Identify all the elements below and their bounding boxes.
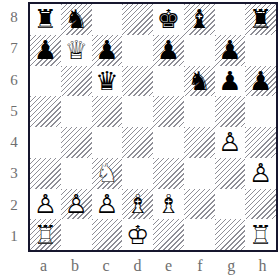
rank-label-1: 1: [0, 221, 28, 252]
piece-outline-layer: ♕: [61, 35, 92, 66]
square-g8[interactable]: [215, 4, 246, 35]
square-g3[interactable]: [215, 158, 246, 189]
piece-outline-layer: ♙: [92, 189, 123, 220]
square-d4[interactable]: [122, 127, 153, 158]
file-label-c: c: [91, 252, 122, 279]
square-a8[interactable]: ♜: [30, 4, 61, 35]
square-d5[interactable]: [122, 96, 153, 127]
piece-outline-layer: ♖: [245, 219, 276, 250]
piece-glyph: ♝: [184, 4, 215, 35]
piece-black-queen[interactable]: ♛: [92, 66, 123, 97]
square-d1[interactable]: ♚♔: [122, 219, 153, 250]
piece-black-pawn[interactable]: ♟: [245, 66, 276, 97]
square-h1[interactable]: ♜♖: [245, 219, 276, 250]
piece-white-bishop[interactable]: ♝♗: [153, 189, 184, 220]
piece-glyph: ♟: [153, 35, 184, 66]
rank-labels: 8 7 6 5 4 3 2 1: [0, 2, 28, 252]
square-f5[interactable]: [184, 96, 215, 127]
piece-outline-layer: ♙: [30, 189, 61, 220]
square-a2[interactable]: ♟♙: [30, 189, 61, 220]
piece-outline-layer: ♙: [215, 127, 246, 158]
piece-outline-layer: ♙: [245, 158, 276, 189]
square-f8[interactable]: ♝: [184, 4, 215, 35]
piece-black-knight[interactable]: ♞: [61, 4, 92, 35]
piece-white-pawn[interactable]: ♟♙: [61, 189, 92, 220]
rank-label-8: 8: [0, 2, 28, 33]
rank-label-2: 2: [0, 190, 28, 221]
square-a4[interactable]: [30, 127, 61, 158]
piece-glyph: ♞: [184, 66, 215, 97]
square-d7[interactable]: [122, 35, 153, 66]
piece-outline-layer: ♖: [30, 219, 61, 250]
square-h5[interactable]: [245, 96, 276, 127]
square-a7[interactable]: ♟: [30, 35, 61, 66]
square-e7[interactable]: ♟: [153, 35, 184, 66]
square-g5[interactable]: [215, 96, 246, 127]
square-f1[interactable]: [184, 219, 215, 250]
square-h2[interactable]: [245, 189, 276, 220]
square-a6[interactable]: [30, 66, 61, 97]
piece-white-bishop[interactable]: ♝♗: [122, 189, 153, 220]
square-f2[interactable]: [184, 189, 215, 220]
square-b8[interactable]: ♞: [61, 4, 92, 35]
piece-glyph: ♛: [92, 66, 123, 97]
square-c1[interactable]: [92, 219, 123, 250]
file-label-h: h: [247, 252, 278, 279]
square-f3[interactable]: [184, 158, 215, 189]
piece-black-pawn[interactable]: ♟: [215, 66, 246, 97]
piece-glyph: ♟: [245, 66, 276, 97]
piece-white-pawn[interactable]: ♟♙: [92, 189, 123, 220]
square-e3[interactable]: [153, 158, 184, 189]
square-c6[interactable]: ♛: [92, 66, 123, 97]
square-a3[interactable]: [30, 158, 61, 189]
square-g6[interactable]: ♟: [215, 66, 246, 97]
rank-label-5: 5: [0, 96, 28, 127]
piece-glyph: ♞: [61, 4, 92, 35]
square-g1[interactable]: [215, 219, 246, 250]
piece-glyph: ♜: [30, 4, 61, 35]
piece-glyph: ♜: [245, 4, 276, 35]
piece-glyph: ♟: [215, 35, 246, 66]
rank-label-3: 3: [0, 158, 28, 189]
piece-glyph: ♟: [92, 35, 123, 66]
square-c7[interactable]: ♟: [92, 35, 123, 66]
piece-black-rook[interactable]: ♜: [30, 4, 61, 35]
square-e6[interactable]: [153, 66, 184, 97]
square-f7[interactable]: [184, 35, 215, 66]
piece-outline-layer: ♗: [122, 189, 153, 220]
square-g4[interactable]: ♟♙: [215, 127, 246, 158]
piece-outline-layer: ♗: [153, 189, 184, 220]
piece-black-king[interactable]: ♚: [153, 4, 184, 35]
square-b2[interactable]: ♟♙: [61, 189, 92, 220]
square-b4[interactable]: [61, 127, 92, 158]
chess-board: ♜♞♚♝♜♟♛♕♟♟♟♛♞♟♟♟♙♞♘♟♙♟♙♟♙♟♙♝♗♝♗♜♖♚♔♜♖: [28, 2, 278, 252]
square-c3[interactable]: ♞♘: [92, 158, 123, 189]
square-e2[interactable]: ♝♗: [153, 189, 184, 220]
square-g7[interactable]: ♟: [215, 35, 246, 66]
square-e5[interactable]: [153, 96, 184, 127]
square-c8[interactable]: [92, 4, 123, 35]
square-d8[interactable]: [122, 4, 153, 35]
piece-white-rook[interactable]: ♜♖: [245, 219, 276, 250]
piece-black-knight[interactable]: ♞: [184, 66, 215, 97]
file-label-b: b: [59, 252, 90, 279]
square-d2[interactable]: ♝♗: [122, 189, 153, 220]
square-c5[interactable]: [92, 96, 123, 127]
square-a1[interactable]: ♜♖: [30, 219, 61, 250]
square-b1[interactable]: [61, 219, 92, 250]
square-d3[interactable]: [122, 158, 153, 189]
file-label-f: f: [184, 252, 215, 279]
piece-white-pawn[interactable]: ♟♙: [30, 189, 61, 220]
square-b7[interactable]: ♛♕: [61, 35, 92, 66]
piece-black-pawn[interactable]: ♟: [30, 35, 61, 66]
square-h4[interactable]: [245, 127, 276, 158]
square-h6[interactable]: ♟: [245, 66, 276, 97]
square-e4[interactable]: [153, 127, 184, 158]
piece-outline-layer: ♘: [92, 158, 123, 189]
piece-black-pawn[interactable]: ♟: [153, 35, 184, 66]
square-d6[interactable]: [122, 66, 153, 97]
piece-white-rook[interactable]: ♜♖: [30, 219, 61, 250]
file-label-g: g: [216, 252, 247, 279]
square-b3[interactable]: [61, 158, 92, 189]
file-label-a: a: [28, 252, 59, 279]
rank-label-6: 6: [0, 65, 28, 96]
piece-black-pawn[interactable]: ♟: [215, 35, 246, 66]
square-h7[interactable]: [245, 35, 276, 66]
square-f6[interactable]: ♞: [184, 66, 215, 97]
square-g2[interactable]: [215, 189, 246, 220]
piece-white-pawn[interactable]: ♟♙: [245, 158, 276, 189]
piece-outline-layer: ♔: [122, 219, 153, 250]
piece-white-knight[interactable]: ♞♘: [92, 158, 123, 189]
piece-outline-layer: ♙: [61, 189, 92, 220]
square-h8[interactable]: ♜: [245, 4, 276, 35]
piece-white-pawn[interactable]: ♟♙: [215, 127, 246, 158]
square-f4[interactable]: [184, 127, 215, 158]
rank-label-4: 4: [0, 127, 28, 158]
piece-glyph: ♟: [215, 66, 246, 97]
square-a5[interactable]: [30, 96, 61, 127]
square-c4[interactable]: [92, 127, 123, 158]
piece-black-bishop[interactable]: ♝: [184, 4, 215, 35]
square-b5[interactable]: [61, 96, 92, 127]
rank-label-7: 7: [0, 33, 28, 64]
piece-black-rook[interactable]: ♜: [245, 4, 276, 35]
file-label-e: e: [153, 252, 184, 279]
square-c2[interactable]: ♟♙: [92, 189, 123, 220]
square-e1[interactable]: [153, 219, 184, 250]
file-labels: a b c d e f g h: [28, 252, 278, 279]
file-label-d: d: [122, 252, 153, 279]
piece-white-king[interactable]: ♚♔: [122, 219, 153, 250]
square-h3[interactable]: ♟♙: [245, 158, 276, 189]
square-b6[interactable]: [61, 66, 92, 97]
piece-glyph: ♟: [30, 35, 61, 66]
piece-glyph: ♚: [153, 4, 184, 35]
square-e8[interactable]: ♚: [153, 4, 184, 35]
piece-black-pawn[interactable]: ♟: [92, 35, 123, 66]
piece-white-queen[interactable]: ♛♕: [61, 35, 92, 66]
chess-diagram: 8 7 6 5 4 3 2 1 ♜♞♚♝♜♟♛♕♟♟♟♛♞♟♟♟♙♞♘♟♙♟♙♟…: [0, 0, 279, 280]
